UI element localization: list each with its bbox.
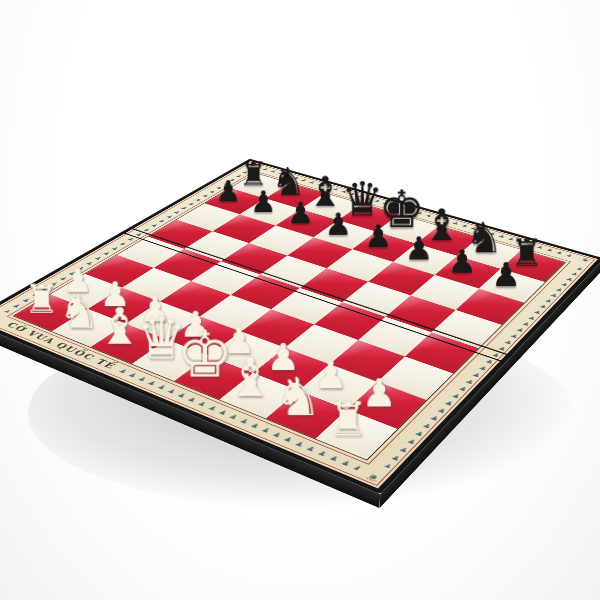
corner-ornament-icon: ❦ (364, 471, 381, 483)
product-photo-scene: ♟♟♟♟♟♟♟♟♟♟♟♟♟♟♟♟♟♟♟♟♟♟♟♟♟♟♟♟♟♟♟♟♟♟♟♟♟♟♟♟… (0, 0, 600, 600)
corner-ornament-icon: ❦ (579, 257, 591, 264)
piece-white-rook-h1[interactable]: ♜ (306, 399, 391, 442)
piece-black-pawn-h7[interactable]: ♟ (471, 260, 541, 290)
